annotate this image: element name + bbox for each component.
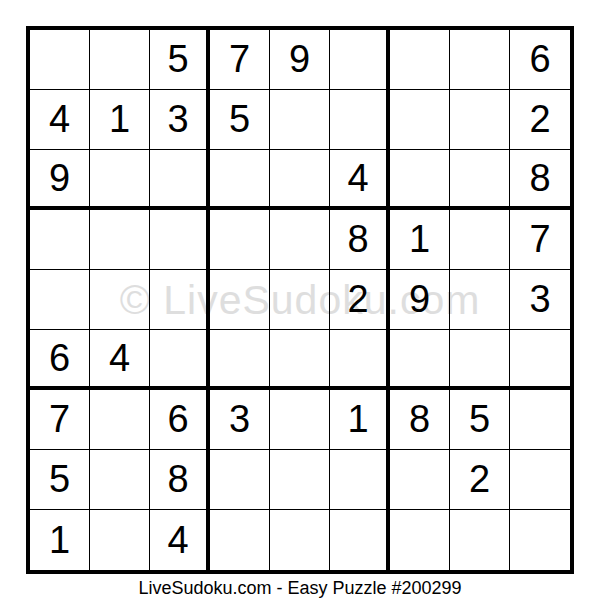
cell-r5c6[interactable]: 2 — [330, 270, 390, 330]
cell-r1c3[interactable]: 5 — [150, 30, 210, 90]
cell-r2c8[interactable] — [450, 90, 510, 150]
caption: LiveSudoku.com - Easy Puzzle #200299 — [0, 578, 600, 599]
cell-r4c9[interactable]: 7 — [510, 210, 570, 270]
cell-r4c5[interactable] — [270, 210, 330, 270]
cell-r4c7[interactable]: 1 — [390, 210, 450, 270]
cell-r7c2[interactable] — [90, 390, 150, 450]
cell-r2c5[interactable] — [270, 90, 330, 150]
cell-r6c2[interactable]: 4 — [90, 330, 150, 390]
cell-r3c5[interactable] — [270, 150, 330, 210]
cell-r4c2[interactable] — [90, 210, 150, 270]
cell-r3c3[interactable] — [150, 150, 210, 210]
cell-r9c5[interactable] — [270, 510, 330, 570]
cell-r6c1[interactable]: 6 — [30, 330, 90, 390]
cell-r4c8[interactable] — [450, 210, 510, 270]
cell-r7c9[interactable] — [510, 390, 570, 450]
cell-r8c5[interactable] — [270, 450, 330, 510]
cell-r8c6[interactable] — [330, 450, 390, 510]
cell-r2c4[interactable]: 5 — [210, 90, 270, 150]
cell-r6c9[interactable] — [510, 330, 570, 390]
cell-r1c7[interactable] — [390, 30, 450, 90]
sudoku-board-container: © LiveSudoku.com 57964135294881729364763… — [26, 26, 574, 574]
cell-r3c2[interactable] — [90, 150, 150, 210]
cell-r7c3[interactable]: 6 — [150, 390, 210, 450]
cell-r9c1[interactable]: 1 — [30, 510, 90, 570]
cell-r3c9[interactable]: 8 — [510, 150, 570, 210]
cell-r6c8[interactable] — [450, 330, 510, 390]
cell-r1c9[interactable]: 6 — [510, 30, 570, 90]
cell-r7c5[interactable] — [270, 390, 330, 450]
cell-r1c6[interactable] — [330, 30, 390, 90]
cell-r1c2[interactable] — [90, 30, 150, 90]
cell-r4c4[interactable] — [210, 210, 270, 270]
cell-r2c9[interactable]: 2 — [510, 90, 570, 150]
cell-r2c3[interactable]: 3 — [150, 90, 210, 150]
cell-r8c1[interactable]: 5 — [30, 450, 90, 510]
cell-r8c4[interactable] — [210, 450, 270, 510]
cell-r8c2[interactable] — [90, 450, 150, 510]
cell-r7c6[interactable]: 1 — [330, 390, 390, 450]
cell-r6c4[interactable] — [210, 330, 270, 390]
cell-r2c7[interactable] — [390, 90, 450, 150]
cell-r6c3[interactable] — [150, 330, 210, 390]
cell-r8c7[interactable] — [390, 450, 450, 510]
cell-r9c8[interactable] — [450, 510, 510, 570]
cell-r3c8[interactable] — [450, 150, 510, 210]
cell-r4c1[interactable] — [30, 210, 90, 270]
cell-r9c4[interactable] — [210, 510, 270, 570]
cell-r2c6[interactable] — [330, 90, 390, 150]
cell-r5c2[interactable] — [90, 270, 150, 330]
cell-r5c9[interactable]: 3 — [510, 270, 570, 330]
cell-r3c6[interactable]: 4 — [330, 150, 390, 210]
cell-r7c7[interactable]: 8 — [390, 390, 450, 450]
cell-r1c4[interactable]: 7 — [210, 30, 270, 90]
cell-r5c8[interactable] — [450, 270, 510, 330]
cell-r6c7[interactable] — [390, 330, 450, 390]
cell-r1c5[interactable]: 9 — [270, 30, 330, 90]
cell-r9c3[interactable]: 4 — [150, 510, 210, 570]
cell-r6c6[interactable] — [330, 330, 390, 390]
cell-r9c6[interactable] — [330, 510, 390, 570]
cell-r9c2[interactable] — [90, 510, 150, 570]
cell-r2c2[interactable]: 1 — [90, 90, 150, 150]
sudoku-board: 5796413529488172936476318558214 — [26, 26, 574, 574]
cell-r8c3[interactable]: 8 — [150, 450, 210, 510]
puzzle-page: © LiveSudoku.com 57964135294881729364763… — [0, 0, 600, 615]
cell-r1c1[interactable] — [30, 30, 90, 90]
cell-r5c3[interactable] — [150, 270, 210, 330]
cell-r5c7[interactable]: 9 — [390, 270, 450, 330]
cell-r5c1[interactable] — [30, 270, 90, 330]
cell-r9c9[interactable] — [510, 510, 570, 570]
cell-r9c7[interactable] — [390, 510, 450, 570]
cell-r8c9[interactable] — [510, 450, 570, 510]
cell-r4c3[interactable] — [150, 210, 210, 270]
cell-r3c1[interactable]: 9 — [30, 150, 90, 210]
cell-r7c4[interactable]: 3 — [210, 390, 270, 450]
cell-r8c8[interactable]: 2 — [450, 450, 510, 510]
cell-r7c8[interactable]: 5 — [450, 390, 510, 450]
cell-r7c1[interactable]: 7 — [30, 390, 90, 450]
cell-r3c4[interactable] — [210, 150, 270, 210]
cell-r5c5[interactable] — [270, 270, 330, 330]
cell-r3c7[interactable] — [390, 150, 450, 210]
cell-r6c5[interactable] — [270, 330, 330, 390]
cell-r1c8[interactable] — [450, 30, 510, 90]
cell-r4c6[interactable]: 8 — [330, 210, 390, 270]
cell-r5c4[interactable] — [210, 270, 270, 330]
cell-r2c1[interactable]: 4 — [30, 90, 90, 150]
